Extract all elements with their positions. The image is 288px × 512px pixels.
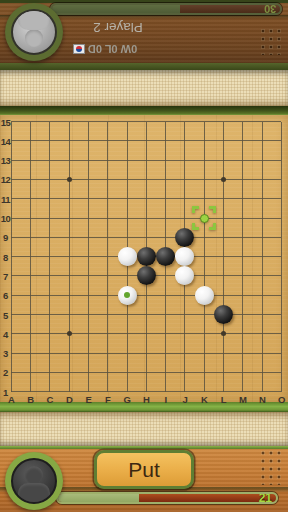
opponent-panel: 30 Player 2 0W 0L 0D: [0, 0, 288, 63]
grid-line: [242, 122, 243, 392]
bottom-edge-line: [0, 446, 288, 449]
player-timer-fill: [58, 494, 139, 502]
row-label: 1: [0, 387, 12, 398]
put-button[interactable]: Put: [94, 450, 194, 489]
opponent-name: Player 2: [70, 20, 166, 35]
column-label: M: [237, 394, 249, 405]
column-label: F: [102, 394, 114, 405]
board[interactable]: 15A14B13C12D11E10F9G8H7I6J5K4L3M2N1O: [0, 115, 288, 402]
star-point: [221, 331, 226, 336]
column-label: B: [25, 394, 37, 405]
white-stone-J7: [175, 266, 194, 285]
opponent-avatar: [5, 3, 63, 61]
star-point: [67, 177, 72, 182]
white-stone-J8: [175, 247, 194, 266]
row-label: 2: [0, 367, 12, 378]
row-label: 4: [0, 329, 12, 340]
background-strip-bottom: [0, 412, 288, 446]
black-stone-H7: [137, 266, 156, 285]
row-label: 11: [0, 194, 12, 205]
grid-line: [11, 353, 281, 354]
game-screen: 30 Player 2 0W 0L 0D 15A14B13C12D11E10F9…: [0, 0, 288, 512]
grid-line: [11, 372, 281, 373]
black-stone-J9: [175, 228, 194, 247]
opponent-timer-fill: [52, 5, 180, 13]
row-label: 13: [0, 155, 12, 166]
south-korea-flag-icon: [73, 45, 85, 55]
person-silhouette-icon: [13, 11, 55, 53]
row-label: 6: [0, 290, 12, 301]
white-stone-G8: [118, 247, 137, 266]
column-label: J: [179, 394, 191, 405]
column-label: I: [160, 394, 172, 405]
grid-line: [11, 314, 281, 315]
placement-cursor: [192, 206, 216, 230]
player-timer-value: 21: [259, 494, 272, 502]
player-avatar-icon: [11, 458, 57, 504]
column-label: G: [121, 394, 133, 405]
white-stone-G6: [118, 286, 137, 305]
grid-line: [11, 333, 281, 334]
column-label: D: [63, 394, 75, 405]
person-silhouette-icon: [13, 460, 55, 502]
black-stone-L5: [214, 305, 233, 324]
row-label: 7: [0, 271, 12, 282]
decorative-rivets: [261, 451, 285, 485]
white-stone-K6: [195, 286, 214, 305]
row-label: 9: [0, 232, 12, 243]
column-label: N: [256, 394, 268, 405]
grid-line: [11, 391, 281, 392]
board-mat-top: [0, 106, 288, 115]
grid-line: [262, 122, 263, 392]
black-stone-H8: [137, 247, 156, 266]
grid-line: [11, 295, 281, 296]
column-label: E: [82, 394, 94, 405]
row-label: 10: [0, 213, 12, 224]
row-label: 14: [0, 136, 12, 147]
opponent-record: 0W 0L 0D: [64, 43, 146, 56]
row-label: 5: [0, 310, 12, 321]
player-avatar: [5, 452, 63, 510]
row-label: 8: [0, 252, 12, 263]
grid-line: [204, 122, 205, 392]
column-label: O: [275, 394, 287, 405]
row-label: 15: [0, 117, 12, 128]
decorative-rivets: [261, 29, 285, 55]
black-stone-I8: [156, 247, 175, 266]
column-label: C: [44, 394, 56, 405]
column-label: L: [218, 394, 230, 405]
opponent-avatar-icon: [11, 9, 57, 55]
last-move-marker: [124, 292, 130, 298]
row-label: 3: [0, 348, 12, 359]
opponent-record-text: 0W 0L 0D: [88, 44, 137, 56]
grid-line: [281, 122, 282, 392]
column-label: H: [140, 394, 152, 405]
star-point: [67, 331, 72, 336]
opponent-timer-bar: 30: [50, 3, 282, 15]
player-panel: Put 21: [0, 446, 288, 512]
background-strip-top: [0, 70, 288, 106]
row-label: 12: [0, 174, 12, 185]
opponent-timer-value: 30: [264, 5, 276, 13]
star-point: [221, 177, 226, 182]
panel-edge-strip: [0, 63, 288, 70]
column-label: K: [198, 394, 210, 405]
player-timer-bar: 21: [56, 492, 278, 504]
grid-line: [223, 122, 224, 392]
